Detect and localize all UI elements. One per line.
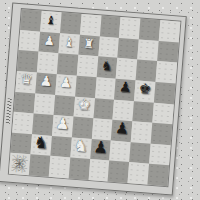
square-d2[interactable]: ♞ [70,137,91,159]
square-e4[interactable] [93,98,114,120]
piece-white-pawn[interactable]: ♟ [59,76,73,91]
piece-white-rook[interactable]: ♜ [83,37,95,50]
photo-background: ♝♟♝♜♞♛♟♟♟♚♚♟♟♞♞♟✳ [0,0,200,200]
square-c3[interactable]: ♟ [52,115,73,137]
square-a2[interactable] [11,133,32,155]
square-h1[interactable] [148,164,169,186]
piece-black-pawn[interactable]: ♟ [93,139,109,156]
square-f3[interactable]: ♟ [111,120,132,142]
square-d8[interactable] [80,14,101,36]
piece-black-pawn[interactable]: ♟ [115,121,130,138]
piece-white-king[interactable]: ♚ [77,98,91,114]
square-a7[interactable] [19,30,40,52]
square-h4[interactable] [152,102,173,124]
square-g5[interactable]: ♚ [134,80,155,102]
square-c1[interactable] [49,156,70,178]
square-f8[interactable] [119,17,140,39]
piece-white-queen[interactable]: ♛ [19,73,33,88]
square-g2[interactable] [129,142,150,164]
square-e2[interactable]: ♟ [90,139,111,161]
board-edge-markings [6,98,12,124]
square-e7[interactable] [98,36,119,58]
board-frame: ♝♟♝♜♞♛♟♟♟♚♚♟♟♞♞♟✳ [0,2,187,195]
piece-black-bishop[interactable]: ♝ [45,14,56,26]
square-b1[interactable] [29,155,50,177]
square-c5[interactable]: ♟ [55,74,76,96]
piece-black-pawn[interactable]: ♟ [119,81,133,96]
piece-white-knight[interactable]: ♞ [73,138,89,155]
square-e1[interactable] [88,159,109,181]
square-c7[interactable]: ♝ [58,33,79,55]
square-g4[interactable] [133,101,154,123]
square-a1[interactable]: ✳ [9,153,30,175]
square-c2[interactable] [50,136,71,158]
square-h3[interactable] [151,123,172,145]
square-b7[interactable]: ♟ [38,31,59,53]
square-f5[interactable]: ♟ [114,79,135,101]
square-f6[interactable] [116,58,137,80]
square-c6[interactable] [57,53,78,75]
square-d5[interactable] [75,76,96,98]
square-g3[interactable] [131,121,152,143]
square-f1[interactable] [108,161,129,183]
square-f2[interactable] [110,140,131,162]
square-e5[interactable] [95,77,116,99]
piece-white-pawn[interactable]: ♟ [43,34,55,47]
square-a4[interactable] [14,91,35,113]
square-h6[interactable] [156,61,177,83]
square-d4[interactable]: ♚ [73,96,94,118]
square-b4[interactable] [34,93,55,115]
piece-white-pawn[interactable]: ♟ [55,116,70,133]
square-d7[interactable]: ♜ [78,34,99,56]
square-g7[interactable] [137,39,158,61]
square-e8[interactable] [99,15,120,37]
square-g1[interactable] [128,162,149,184]
square-a8[interactable] [20,9,41,31]
square-a5[interactable]: ♛ [15,71,36,93]
square-a6[interactable] [17,50,38,72]
square-h7[interactable] [157,41,178,63]
piece-black-knight[interactable]: ♞ [33,135,49,152]
piece-black-king[interactable]: ♚ [138,82,152,97]
square-e6[interactable]: ♞ [96,57,117,79]
piece-black-knight[interactable]: ♞ [101,59,114,73]
square-g8[interactable] [139,19,160,41]
board-grid: ♝♟♝♜♞♛♟♟♟♚♚♟♟♞♞♟✳ [8,8,182,187]
square-b2[interactable]: ♞ [30,134,51,156]
piece-white-bishop[interactable]: ♝ [63,36,75,49]
piece-white-pawn[interactable]: ♟ [39,74,53,89]
square-b6[interactable] [37,52,58,74]
square-h5[interactable] [154,82,175,104]
square-b5[interactable]: ♟ [35,72,56,94]
square-h2[interactable] [149,143,170,165]
corner-ornament: ✳ [14,157,26,171]
chess-board: ♝♟♝♜♞♛♟♟♟♚♚♟♟♞♞♟✳ [0,2,187,195]
square-f7[interactable] [118,38,139,60]
square-h8[interactable] [159,20,180,42]
square-d6[interactable] [76,55,97,77]
square-g6[interactable] [136,60,157,82]
square-c8[interactable] [60,12,81,34]
square-a3[interactable] [12,112,33,134]
square-d1[interactable] [68,158,89,180]
square-b8[interactable]: ♝ [40,11,61,33]
